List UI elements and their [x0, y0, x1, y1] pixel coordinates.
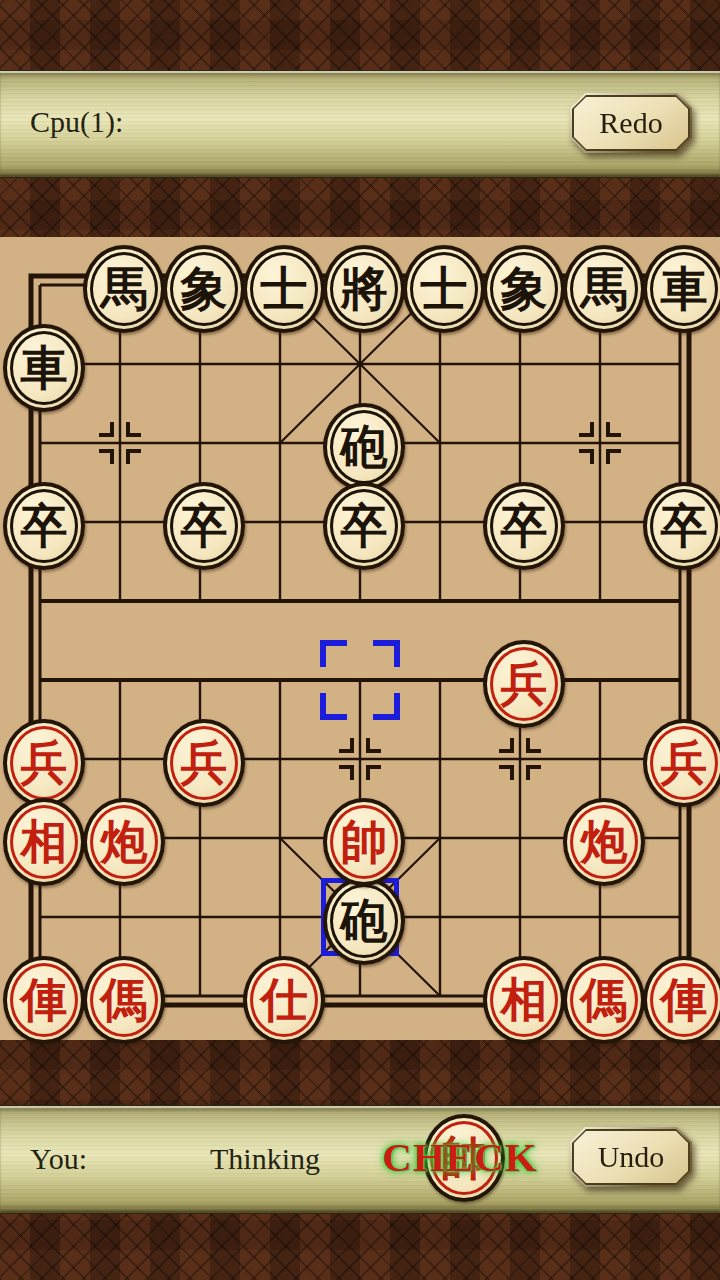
piece-glyph: 兵: [487, 644, 561, 724]
piece-glyph: 士: [407, 249, 481, 329]
piece-馬-b0[interactable]: 馬: [83, 245, 165, 333]
piece-兵-g5[interactable]: 兵: [483, 640, 565, 728]
piece-glyph: 卒: [647, 486, 720, 566]
piece-glyph: 馬: [567, 249, 641, 329]
piece-兵-c6[interactable]: 兵: [163, 719, 245, 807]
piece-glyph: 兵: [647, 723, 720, 803]
piece-glyph: 卒: [167, 486, 241, 566]
piece-glyph: 傌: [567, 960, 641, 1040]
piece-glyph: 兵: [7, 723, 81, 803]
piece-glyph: 相: [487, 960, 561, 1040]
thinking-status: Thinking: [210, 1144, 320, 1174]
piece-炮-b7[interactable]: 炮: [83, 798, 165, 886]
piece-glyph: 兵: [167, 723, 241, 803]
piece-glyph: 帥: [327, 802, 401, 882]
piece-俥-i9[interactable]: 俥: [643, 956, 720, 1044]
piece-卒-e3[interactable]: 卒: [323, 482, 405, 570]
piece-glyph: 將: [327, 249, 401, 329]
piece-傌-h9[interactable]: 傌: [563, 956, 645, 1044]
piece-象-g0[interactable]: 象: [483, 245, 565, 333]
piece-glyph: 傌: [87, 960, 161, 1040]
piece-象-c0[interactable]: 象: [163, 245, 245, 333]
piece-帥-e7[interactable]: 帥: [323, 798, 405, 886]
undo-button-label: Undo: [574, 1131, 688, 1183]
piece-仕-d9[interactable]: 仕: [243, 956, 325, 1044]
piece-兵-a6[interactable]: 兵: [3, 719, 85, 807]
piece-車-i0[interactable]: 車: [643, 245, 720, 333]
piece-卒-i3[interactable]: 卒: [643, 482, 720, 570]
piece-glyph: 俥: [647, 960, 720, 1040]
piece-卒-g3[interactable]: 卒: [483, 482, 565, 570]
piece-glyph: 象: [167, 249, 241, 329]
you-label: You:: [30, 1144, 87, 1174]
piece-glyph: 車: [647, 249, 720, 329]
piece-glyph: 卒: [327, 486, 401, 566]
piece-俥-a9[interactable]: 俥: [3, 956, 85, 1044]
piece-卒-a3[interactable]: 卒: [3, 482, 85, 570]
undo-button[interactable]: Undo: [570, 1127, 692, 1187]
piece-glyph: 砲: [327, 407, 401, 487]
cpu-label: Cpu(1):: [30, 107, 123, 137]
piece-卒-c3[interactable]: 卒: [163, 482, 245, 570]
piece-砲-e8[interactable]: 砲: [323, 877, 405, 965]
piece-相-g9[interactable]: 相: [483, 956, 565, 1044]
piece-炮-h7[interactable]: 炮: [563, 798, 645, 886]
piece-glyph: 俥: [7, 960, 81, 1040]
redo-button-label: Redo: [574, 97, 688, 149]
piece-glyph: 炮: [567, 802, 641, 882]
piece-glyph: 仕: [247, 960, 321, 1040]
piece-glyph: 炮: [87, 802, 161, 882]
piece-相-a7[interactable]: 相: [3, 798, 85, 886]
piece-glyph: 相: [7, 802, 81, 882]
piece-glyph: 車: [7, 328, 81, 408]
piece-glyph: 卒: [7, 486, 81, 566]
piece-傌-b9[interactable]: 傌: [83, 956, 165, 1044]
piece-glyph: 象: [487, 249, 561, 329]
check-indicator: CHECK: [340, 1133, 580, 1181]
piece-馬-h0[interactable]: 馬: [563, 245, 645, 333]
redo-button[interactable]: Redo: [570, 93, 692, 153]
piece-glyph: 卒: [487, 486, 561, 566]
piece-將-e0[interactable]: 將: [323, 245, 405, 333]
piece-車-a1[interactable]: 車: [3, 324, 85, 412]
piece-兵-i6[interactable]: 兵: [643, 719, 720, 807]
piece-glyph: 馬: [87, 249, 161, 329]
xiangqi-board[interactable]: 馬象士將士象馬車車砲卒卒卒卒卒砲兵兵兵兵相炮帥炮俥傌仕相傌俥: [0, 237, 720, 1040]
piece-士-d0[interactable]: 士: [243, 245, 325, 333]
piece-砲-e2[interactable]: 砲: [323, 403, 405, 491]
piece-glyph: 士: [247, 249, 321, 329]
piece-士-f0[interactable]: 士: [403, 245, 485, 333]
piece-glyph: 砲: [327, 881, 401, 961]
